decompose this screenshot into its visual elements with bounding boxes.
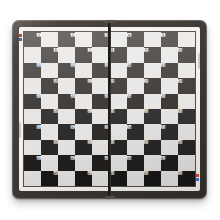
light-square: [127, 47, 144, 62]
hinge-notch-top: [105, 20, 115, 23]
light-square: [161, 109, 178, 124]
dark-square: 41: [24, 155, 41, 170]
light-square: [144, 124, 161, 139]
light-square: [58, 171, 75, 186]
dark-square: 37: [75, 140, 92, 155]
dark-square: 7: [75, 47, 92, 62]
square-number-label: 36: [53, 140, 57, 144]
square-number-label: 31: [36, 125, 40, 129]
square-number-label: 24: [127, 94, 131, 98]
light-square: [178, 63, 195, 78]
dark-square: 36: [41, 140, 58, 155]
dark-square: 47: [75, 171, 92, 186]
light-square: [24, 78, 41, 93]
square-number-label: 16: [53, 79, 57, 83]
light-square: [161, 140, 178, 155]
square-number-label: 21: [36, 94, 40, 98]
light-square: [41, 124, 58, 139]
light-square: [92, 140, 109, 155]
light-square: [161, 78, 178, 93]
light-square: [127, 78, 144, 93]
light-square: [58, 78, 75, 93]
square-number-label: 5: [161, 33, 165, 37]
dark-square: 21: [24, 94, 41, 109]
margin-text-right: [198, 53, 200, 69]
dark-square: 43: [92, 155, 109, 170]
light-square: [110, 155, 127, 170]
dark-square: 22: [58, 94, 75, 109]
square-number-label: 1: [36, 33, 40, 37]
light-square: [92, 171, 109, 186]
dark-square: 44: [127, 155, 144, 170]
light-square: [75, 155, 92, 170]
light-square: [161, 47, 178, 62]
light-square: [92, 109, 109, 124]
dark-square: 45: [161, 155, 178, 170]
square-number-label: 12: [70, 63, 74, 67]
square-number-label: 35: [161, 125, 165, 129]
light-square: [41, 155, 58, 170]
square-number-label: 39: [144, 140, 148, 144]
light-square: [75, 32, 92, 47]
light-square: [24, 140, 41, 155]
square-number-label: 44: [127, 156, 131, 160]
square-number-label: 22: [70, 94, 74, 98]
dark-square: 24: [127, 94, 144, 109]
square-number-label: 45: [161, 156, 165, 160]
light-square: [127, 140, 144, 155]
brand-mark-bottom-right: [196, 174, 200, 182]
square-number-label: 4: [127, 33, 131, 37]
square-number-label: 17: [88, 79, 92, 83]
square-number-label: 14: [127, 63, 131, 67]
light-square: [75, 63, 92, 78]
light-square: [110, 94, 127, 109]
light-square: [75, 124, 92, 139]
dark-square: 49: [144, 171, 161, 186]
square-number-label: 37: [88, 140, 92, 144]
dark-square: 40: [178, 140, 195, 155]
square-number-label: 6: [53, 48, 57, 52]
square-number-label: 15: [161, 63, 165, 67]
light-square: [144, 155, 161, 170]
brand-blue-dot-icon: [19, 38, 22, 41]
hinge-seam: [108, 20, 111, 199]
light-square: [161, 171, 178, 186]
light-square: [178, 94, 195, 109]
dark-square: 29: [144, 109, 161, 124]
margin-text-left: [19, 122, 21, 138]
dark-square: 4: [127, 32, 144, 47]
light-square: [110, 63, 127, 78]
dark-square: 35: [161, 124, 178, 139]
light-square: [178, 124, 195, 139]
light-square: [41, 32, 58, 47]
brand-red-dot-icon: [196, 174, 199, 177]
dark-square: 2: [58, 32, 75, 47]
square-number-label: 42: [70, 156, 74, 160]
dark-square: 31: [24, 124, 41, 139]
light-square: [127, 171, 144, 186]
light-square: [127, 109, 144, 124]
light-square: [110, 32, 127, 47]
dark-square: 15: [161, 63, 178, 78]
dark-square: 17: [75, 78, 92, 93]
dark-square: 3: [92, 32, 109, 47]
dark-square: 8: [110, 47, 127, 62]
dark-square: 23: [92, 94, 109, 109]
light-square: [144, 63, 161, 78]
square-number-label: 34: [127, 125, 131, 129]
dark-square: 6: [41, 47, 58, 62]
dark-square: 30: [178, 109, 195, 124]
dark-square: 11: [24, 63, 41, 78]
square-number-label: 27: [88, 109, 92, 113]
light-square: [58, 140, 75, 155]
square-number-label: 2: [70, 33, 74, 37]
hinge-notch-bottom: [105, 196, 115, 199]
square-number-label: 30: [178, 109, 182, 113]
dark-square: 39: [144, 140, 161, 155]
square-number-label: 41: [36, 156, 40, 160]
dark-square: 14: [127, 63, 144, 78]
light-square: [58, 109, 75, 124]
dark-square: 26: [41, 109, 58, 124]
light-square: [24, 171, 41, 186]
square-number-label: 46: [53, 171, 57, 175]
light-square: [24, 109, 41, 124]
dark-square: 18: [110, 78, 127, 93]
light-square: [92, 78, 109, 93]
light-square: [178, 155, 195, 170]
square-number-label: 32: [70, 125, 74, 129]
square-number-label: 40: [178, 140, 182, 144]
square-number-label: 10: [178, 48, 182, 52]
dark-square: 48: [110, 171, 127, 186]
light-square: [58, 47, 75, 62]
square-number-label: 20: [178, 79, 182, 83]
dark-square: 1: [24, 32, 41, 47]
light-square: [41, 63, 58, 78]
brand-blue-dot-icon: [196, 178, 199, 181]
dark-square: 38: [110, 140, 127, 155]
dark-square: 5: [161, 32, 178, 47]
dark-square: 50: [178, 171, 195, 186]
square-number-label: 11: [36, 63, 40, 67]
photo-background: 1234567891011121314151617181920212223242…: [0, 0, 220, 220]
square-number-label: 26: [53, 109, 57, 113]
dark-square: 9: [144, 47, 161, 62]
light-square: [41, 94, 58, 109]
light-square: [75, 94, 92, 109]
square-number-label: 9: [144, 48, 148, 52]
square-number-label: 19: [144, 79, 148, 83]
dark-square: 27: [75, 109, 92, 124]
square-number-label: 47: [88, 171, 92, 175]
light-square: [110, 124, 127, 139]
dark-square: 20: [178, 78, 195, 93]
dark-square: 10: [178, 47, 195, 62]
light-square: [144, 94, 161, 109]
dark-square: 32: [58, 124, 75, 139]
light-square: [178, 32, 195, 47]
dark-square: 19: [144, 78, 161, 93]
dark-square: 25: [161, 94, 178, 109]
light-square: [92, 47, 109, 62]
board-frame: 1234567891011121314151617181920212223242…: [12, 20, 207, 199]
dark-square: 34: [127, 124, 144, 139]
light-square: [24, 47, 41, 62]
brand-red-dot-icon: [19, 34, 22, 37]
square-number-label: 7: [88, 48, 92, 52]
dark-square: 13: [92, 63, 109, 78]
light-square: [144, 32, 161, 47]
dark-square: 28: [110, 109, 127, 124]
dark-square: 42: [58, 155, 75, 170]
dark-square: 16: [41, 78, 58, 93]
square-number-label: 25: [161, 94, 165, 98]
brand-mark-top-left: [19, 34, 23, 42]
square-number-label: 29: [144, 109, 148, 113]
square-number-label: 49: [144, 171, 148, 175]
dark-square: 33: [92, 124, 109, 139]
dark-square: 12: [58, 63, 75, 78]
square-number-label: 50: [178, 171, 182, 175]
dark-square: 46: [41, 171, 58, 186]
